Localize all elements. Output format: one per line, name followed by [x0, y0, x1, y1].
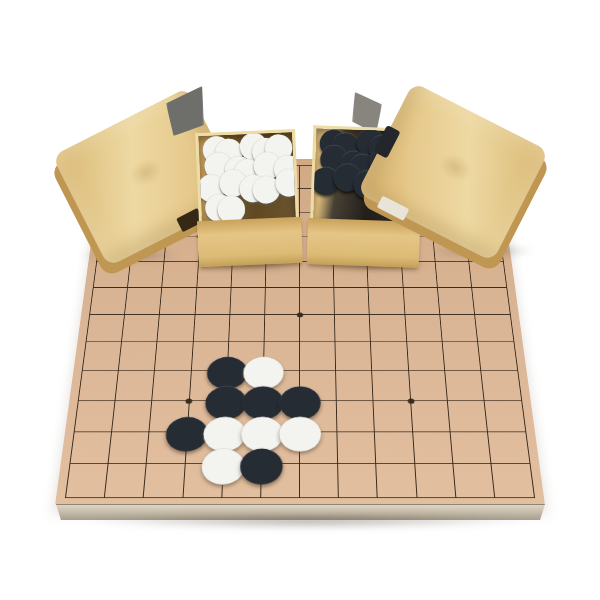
grid-cell	[226, 371, 264, 401]
grid-cell	[338, 464, 378, 497]
grid-cell	[109, 432, 150, 464]
grid-cell	[334, 288, 370, 315]
bowl-stone-white: ●	[272, 162, 299, 199]
grid-cell	[411, 401, 451, 432]
grid-cell	[183, 464, 223, 497]
grid-cell	[105, 464, 147, 497]
grid-cell	[448, 401, 488, 432]
grid-cell	[144, 464, 185, 497]
grid-cell	[128, 262, 165, 288]
grid-cell	[83, 342, 122, 371]
grid-cell	[369, 288, 405, 315]
grid-cell	[147, 432, 187, 464]
grid-cell	[415, 464, 456, 497]
grid-cell	[125, 288, 162, 315]
grid-cell	[158, 315, 195, 343]
grid-cell	[223, 432, 262, 464]
grid-cell	[119, 342, 158, 371]
grid-cell	[122, 315, 160, 343]
grid-cell	[377, 464, 417, 497]
grid-cell	[336, 342, 373, 371]
grid-cell	[442, 342, 481, 371]
grid-cell	[300, 371, 337, 401]
grid-cell	[262, 432, 300, 464]
grid-cell	[438, 288, 475, 315]
grid-cell	[335, 315, 371, 343]
grid-cell	[160, 288, 197, 315]
grid-cell	[263, 371, 300, 401]
grid-cell	[337, 401, 375, 432]
grid-cell	[372, 371, 410, 401]
grid-cell	[79, 371, 119, 401]
grid-cell	[472, 288, 510, 315]
grid-cell	[66, 464, 109, 497]
grid-cell	[300, 288, 335, 315]
grid-cell	[230, 288, 266, 315]
grid-cell	[300, 315, 336, 343]
grid-cell	[191, 342, 228, 371]
grid-cell	[440, 315, 478, 343]
go-set-product-photo: ●●●●●●●●●●● ●●●●●●●●●●●●●●●●● ●●●●●●●●●●…	[0, 0, 600, 600]
grid-cell	[222, 464, 262, 497]
grid-cell	[90, 288, 128, 315]
board-drop-shadow	[80, 513, 530, 529]
grid-cell	[225, 401, 263, 432]
grid-cell	[405, 315, 442, 343]
grid-cell	[374, 401, 413, 432]
grid-cell	[265, 288, 300, 315]
grid-cell	[261, 464, 300, 497]
grid-cell	[300, 401, 338, 432]
grid-cell	[189, 371, 227, 401]
grid-cell	[75, 401, 116, 432]
grid-cell	[300, 432, 338, 464]
grid-cell	[413, 432, 453, 464]
grid-cell	[150, 401, 190, 432]
grid-cell	[338, 432, 377, 464]
grid-cell	[450, 432, 491, 464]
grid-cell	[155, 342, 193, 371]
grid-cell	[152, 371, 191, 401]
grid-cell	[407, 342, 445, 371]
grid-cell	[478, 342, 517, 371]
bowl-front-face	[197, 217, 303, 267]
grid-cell	[262, 401, 300, 432]
grid-cell	[195, 288, 231, 315]
white-stones-bowl: ●●●●●●●●●●●●●●●●●	[195, 129, 301, 267]
white-stone-pile: ●●●●●●●●●●●●●●●●●	[198, 132, 296, 228]
grid-cell	[409, 371, 448, 401]
grid-cell	[300, 464, 339, 497]
grid-cell	[112, 401, 152, 432]
grid-cell	[370, 315, 407, 343]
grid-cell	[475, 315, 514, 343]
grid-cell	[371, 342, 408, 371]
grid-cell	[70, 432, 112, 464]
grid-cell	[86, 315, 125, 343]
grid-cell	[264, 315, 300, 343]
grid-cell	[193, 315, 230, 343]
grid-cell	[300, 342, 336, 371]
grid-cell	[229, 315, 265, 343]
grid-cell	[375, 432, 415, 464]
grid-cell	[491, 464, 534, 497]
grid-cell	[403, 288, 440, 315]
grid-cell	[228, 342, 265, 371]
grid-cell	[264, 342, 300, 371]
grid-cell	[185, 432, 225, 464]
grid-cell	[336, 371, 374, 401]
grid-cell	[116, 371, 156, 401]
grid-cell	[481, 371, 521, 401]
grid-cell	[187, 401, 226, 432]
grid-cell	[435, 262, 472, 288]
bowl-interior: ●●●●●●●●●●●●●●●●●	[195, 129, 299, 228]
grid-cell	[484, 401, 525, 432]
grid-cell	[488, 432, 530, 464]
grid-cell	[453, 464, 495, 497]
grid-cell	[445, 371, 485, 401]
